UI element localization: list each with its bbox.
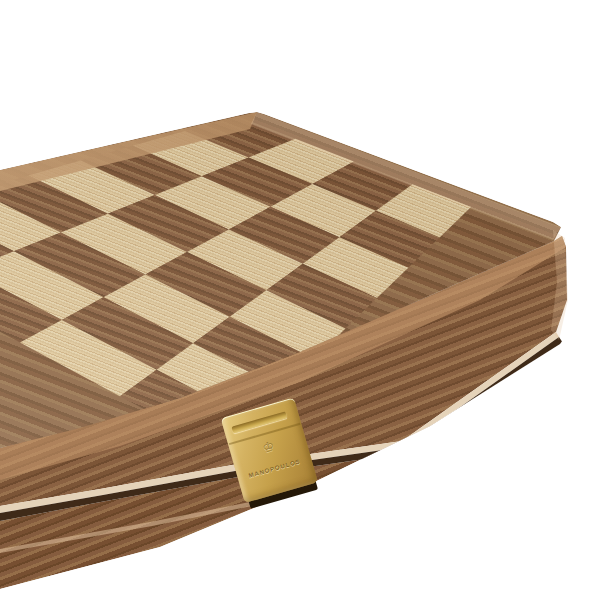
game-case	[0, 0, 600, 600]
product-photo-stage: ♔ MANOPOULOS	[0, 0, 600, 600]
